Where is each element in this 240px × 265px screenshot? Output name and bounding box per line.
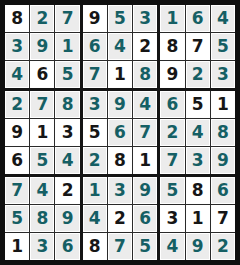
cell-r1c7[interactable]: 1 <box>160 5 184 32</box>
cell-r7c8[interactable]: 8 <box>186 177 210 204</box>
cell-r9c6[interactable]: 5 <box>133 233 157 260</box>
cell-r4c3[interactable]: 8 <box>55 91 79 118</box>
cell-r5c1[interactable]: 9 <box>5 119 29 146</box>
cell-r6c9[interactable]: 9 <box>211 147 235 174</box>
cell-r7c3[interactable]: 2 <box>55 177 79 204</box>
cell-r1c1[interactable]: 8 <box>5 5 29 32</box>
cell-r4c7[interactable]: 6 <box>160 91 184 118</box>
cell-r2c5[interactable]: 4 <box>108 33 132 60</box>
cell-r8c6[interactable]: 6 <box>133 205 157 232</box>
cell-r5c9[interactable]: 8 <box>211 119 235 146</box>
cell-r2c3[interactable]: 1 <box>55 33 79 60</box>
cell-r8c9[interactable]: 7 <box>211 205 235 232</box>
cell-r2c9[interactable]: 5 <box>211 33 235 60</box>
cell-r8c5[interactable]: 2 <box>108 205 132 232</box>
cell-r6c3[interactable]: 4 <box>55 147 79 174</box>
cell-r1c4[interactable]: 9 <box>83 5 107 32</box>
cell-r7c9[interactable]: 6 <box>211 177 235 204</box>
box-2: 953642718 <box>83 5 158 88</box>
cell-r7c4[interactable]: 1 <box>83 177 107 204</box>
cell-r8c3[interactable]: 9 <box>55 205 79 232</box>
cell-r2c7[interactable]: 8 <box>160 33 184 60</box>
box-3: 164875923 <box>160 5 235 88</box>
cell-r4c4[interactable]: 3 <box>83 91 107 118</box>
cell-r2c4[interactable]: 6 <box>83 33 107 60</box>
cell-r9c3[interactable]: 6 <box>55 233 79 260</box>
box-5: 394567281 <box>83 91 158 174</box>
cell-r4c8[interactable]: 5 <box>186 91 210 118</box>
cell-r5c5[interactable]: 6 <box>108 119 132 146</box>
cell-r5c2[interactable]: 1 <box>30 119 54 146</box>
sudoku-board: 8273914659536427181648759232789136543945… <box>0 0 240 265</box>
cell-r8c4[interactable]: 4 <box>83 205 107 232</box>
cell-r3c6[interactable]: 8 <box>133 61 157 88</box>
cell-r2c2[interactable]: 9 <box>30 33 54 60</box>
cell-r4c5[interactable]: 9 <box>108 91 132 118</box>
box-1: 827391465 <box>5 5 80 88</box>
cell-r9c4[interactable]: 8 <box>83 233 107 260</box>
cell-r4c9[interactable]: 1 <box>211 91 235 118</box>
cell-r7c6[interactable]: 9 <box>133 177 157 204</box>
cell-r7c1[interactable]: 7 <box>5 177 29 204</box>
cell-r5c7[interactable]: 2 <box>160 119 184 146</box>
cell-r7c5[interactable]: 3 <box>108 177 132 204</box>
cell-r3c1[interactable]: 4 <box>5 61 29 88</box>
cell-r2c1[interactable]: 3 <box>5 33 29 60</box>
box-9: 586317492 <box>160 177 235 260</box>
cell-r6c8[interactable]: 3 <box>186 147 210 174</box>
cell-r1c5[interactable]: 5 <box>108 5 132 32</box>
cell-r9c2[interactable]: 3 <box>30 233 54 260</box>
cell-r1c2[interactable]: 2 <box>30 5 54 32</box>
cell-r9c5[interactable]: 7 <box>108 233 132 260</box>
cell-r1c6[interactable]: 3 <box>133 5 157 32</box>
cell-r3c4[interactable]: 7 <box>83 61 107 88</box>
cell-r6c4[interactable]: 2 <box>83 147 107 174</box>
cell-r3c3[interactable]: 5 <box>55 61 79 88</box>
cell-r4c2[interactable]: 7 <box>30 91 54 118</box>
cell-r8c8[interactable]: 1 <box>186 205 210 232</box>
cell-r7c2[interactable]: 4 <box>30 177 54 204</box>
cell-r8c2[interactable]: 8 <box>30 205 54 232</box>
cell-r4c1[interactable]: 2 <box>5 91 29 118</box>
cell-r6c6[interactable]: 1 <box>133 147 157 174</box>
cell-r4c6[interactable]: 4 <box>133 91 157 118</box>
cell-r3c5[interactable]: 1 <box>108 61 132 88</box>
cell-r3c2[interactable]: 6 <box>30 61 54 88</box>
cell-r2c8[interactable]: 7 <box>186 33 210 60</box>
cell-r5c4[interactable]: 5 <box>83 119 107 146</box>
cell-r9c8[interactable]: 9 <box>186 233 210 260</box>
cell-r9c7[interactable]: 4 <box>160 233 184 260</box>
cell-r9c9[interactable]: 2 <box>211 233 235 260</box>
cell-r3c7[interactable]: 9 <box>160 61 184 88</box>
cell-r3c8[interactable]: 2 <box>186 61 210 88</box>
cell-r5c6[interactable]: 7 <box>133 119 157 146</box>
cell-r1c3[interactable]: 7 <box>55 5 79 32</box>
cell-r6c7[interactable]: 7 <box>160 147 184 174</box>
box-6: 651248739 <box>160 91 235 174</box>
cell-r5c3[interactable]: 3 <box>55 119 79 146</box>
cell-r9c1[interactable]: 1 <box>5 233 29 260</box>
cell-r1c9[interactable]: 4 <box>211 5 235 32</box>
box-4: 278913654 <box>5 91 80 174</box>
cell-r6c5[interactable]: 8 <box>108 147 132 174</box>
cell-r5c8[interactable]: 4 <box>186 119 210 146</box>
box-8: 139426875 <box>83 177 158 260</box>
cell-r3c9[interactable]: 3 <box>211 61 235 88</box>
cell-r7c7[interactable]: 5 <box>160 177 184 204</box>
box-7: 742589136 <box>5 177 80 260</box>
cell-r1c8[interactable]: 6 <box>186 5 210 32</box>
cell-r2c6[interactable]: 2 <box>133 33 157 60</box>
cell-r6c1[interactable]: 6 <box>5 147 29 174</box>
cell-r8c1[interactable]: 5 <box>5 205 29 232</box>
cell-r6c2[interactable]: 5 <box>30 147 54 174</box>
cell-r8c7[interactable]: 3 <box>160 205 184 232</box>
